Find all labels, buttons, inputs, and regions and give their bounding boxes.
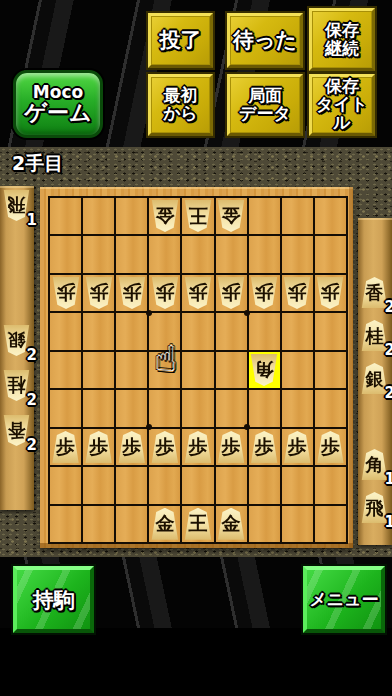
board-square[interactable] bbox=[216, 236, 247, 272]
board-square[interactable] bbox=[50, 390, 81, 426]
shogi-piece-歩[interactable]: 歩 bbox=[151, 277, 179, 309]
board-square[interactable] bbox=[83, 506, 114, 542]
piece-glyph: 王 bbox=[188, 514, 207, 533]
hoshi-dot bbox=[244, 310, 250, 316]
piece-glyph: 桂 bbox=[366, 327, 384, 345]
board-square[interactable]: 歩 bbox=[282, 275, 313, 311]
shogi-piece-歩[interactable]: 歩 bbox=[316, 277, 344, 309]
restart-button[interactable]: 最初 から bbox=[148, 74, 213, 136]
shogi-piece-歩[interactable]: 歩 bbox=[151, 431, 179, 463]
shogi-piece-歩[interactable]: 歩 bbox=[250, 431, 278, 463]
shogi-piece-歩[interactable]: 歩 bbox=[85, 277, 113, 309]
piece-glyph: 歩 bbox=[188, 437, 207, 456]
piece-glyph: 金 bbox=[222, 207, 241, 226]
board-square[interactable] bbox=[50, 506, 81, 542]
piece-glyph: 香 bbox=[8, 422, 26, 440]
board-square[interactable] bbox=[249, 313, 280, 349]
board-square[interactable] bbox=[282, 390, 313, 426]
piece-glyph: 歩 bbox=[321, 284, 340, 303]
logo-line-2: ゲーム bbox=[24, 101, 91, 124]
hand-piece-香[interactable]: 香2 bbox=[3, 415, 30, 446]
board-square[interactable] bbox=[50, 352, 81, 388]
hand-piece-銀[interactable]: 銀2 bbox=[3, 325, 30, 356]
logo-line-1: Moco bbox=[33, 84, 83, 102]
piece-glyph: 銀 bbox=[366, 370, 384, 388]
piece-glyph: 銀 bbox=[8, 332, 26, 350]
board-square[interactable]: 歩 bbox=[216, 429, 247, 465]
board-square[interactable] bbox=[249, 467, 280, 503]
piece-glyph: 香 bbox=[366, 284, 384, 302]
shogi-piece-歩[interactable]: 歩 bbox=[316, 431, 344, 463]
board-square[interactable] bbox=[282, 506, 313, 542]
board-square[interactable] bbox=[83, 352, 114, 388]
board-square[interactable] bbox=[315, 313, 346, 349]
hand-piece-桂[interactable]: 桂2 bbox=[3, 370, 30, 401]
board-square[interactable]: 金 bbox=[149, 198, 180, 234]
board-square[interactable] bbox=[282, 352, 313, 388]
gote-hand-tray: 飛1銀2桂2香2 bbox=[0, 186, 34, 510]
shogi-piece-王[interactable]: 王 bbox=[184, 508, 212, 540]
board-grid: 金王金歩歩歩歩歩歩歩歩歩角歩歩歩歩歩歩歩歩歩金王金 bbox=[48, 196, 348, 544]
shogi-piece-歩[interactable]: 歩 bbox=[52, 431, 80, 463]
board-square[interactable] bbox=[182, 390, 213, 426]
board-square[interactable] bbox=[50, 198, 81, 234]
board-square[interactable] bbox=[216, 467, 247, 503]
shogi-piece-歩[interactable]: 歩 bbox=[283, 277, 311, 309]
board-square[interactable] bbox=[116, 198, 147, 234]
shogi-piece-金[interactable]: 金 bbox=[217, 508, 245, 540]
piece-glyph: 歩 bbox=[122, 284, 141, 303]
board-square[interactable] bbox=[182, 236, 213, 272]
board-square[interactable] bbox=[216, 313, 247, 349]
board-square[interactable] bbox=[216, 390, 247, 426]
piece-glyph: 角 bbox=[366, 456, 384, 474]
pointer-hand-icon: ☝ bbox=[155, 338, 177, 379]
board-square[interactable]: 歩 bbox=[249, 275, 280, 311]
board-square[interactable] bbox=[315, 352, 346, 388]
moco-game-logo-button[interactable]: Moco ゲーム bbox=[13, 70, 103, 138]
shogi-piece-歩[interactable]: 歩 bbox=[85, 431, 113, 463]
shogi-piece-王[interactable]: 王 bbox=[184, 200, 212, 232]
piece-glyph: 歩 bbox=[89, 437, 108, 456]
board-square[interactable]: 歩 bbox=[116, 429, 147, 465]
board-square[interactable]: 王 bbox=[182, 506, 213, 542]
piece-glyph: 歩 bbox=[155, 437, 174, 456]
board-square[interactable] bbox=[282, 236, 313, 272]
piece-glyph: 歩 bbox=[188, 284, 207, 303]
board-square[interactable]: 歩 bbox=[149, 275, 180, 311]
piece-glyph: 角 bbox=[255, 360, 274, 379]
board-square[interactable]: 歩 bbox=[216, 275, 247, 311]
board-square[interactable]: 金 bbox=[216, 506, 247, 542]
pieces-in-hand-label: 持駒 bbox=[33, 586, 75, 614]
board-square[interactable] bbox=[315, 506, 346, 542]
board-square[interactable] bbox=[315, 390, 346, 426]
piece-glyph: 歩 bbox=[255, 284, 274, 303]
piece-glyph: 飛 bbox=[8, 197, 26, 215]
hand-piece-飛[interactable]: 飛1 bbox=[361, 492, 388, 523]
board-square[interactable]: 歩 bbox=[50, 429, 81, 465]
board-square[interactable] bbox=[182, 313, 213, 349]
board-square[interactable]: 角 bbox=[249, 352, 280, 388]
board-square[interactable]: 歩 bbox=[315, 275, 346, 311]
takeback-button[interactable]: 待った bbox=[227, 13, 303, 68]
shogi-piece-歩[interactable]: 歩 bbox=[118, 431, 146, 463]
board-square[interactable] bbox=[116, 313, 147, 349]
hand-piece-香[interactable]: 香2 bbox=[361, 277, 388, 308]
shogi-piece-金[interactable]: 金 bbox=[217, 200, 245, 232]
hand-piece-count: 2 bbox=[385, 384, 392, 402]
board-square[interactable] bbox=[282, 313, 313, 349]
board-square[interactable] bbox=[50, 313, 81, 349]
board-square[interactable] bbox=[249, 390, 280, 426]
board-square[interactable]: 金 bbox=[216, 198, 247, 234]
board-square[interactable] bbox=[116, 352, 147, 388]
piece-glyph: 歩 bbox=[56, 284, 75, 303]
board-square[interactable] bbox=[149, 236, 180, 272]
pieces-in-hand-button[interactable]: 持駒 bbox=[13, 566, 94, 633]
hand-piece-count: 2 bbox=[385, 298, 392, 316]
shogi-piece-歩[interactable]: 歩 bbox=[184, 277, 212, 309]
shogi-piece-歩[interactable]: 歩 bbox=[52, 277, 80, 309]
hand-piece-count: 1 bbox=[27, 211, 37, 229]
shogi-piece-歩[interactable]: 歩 bbox=[118, 277, 146, 309]
board-square[interactable] bbox=[116, 506, 147, 542]
board-square[interactable] bbox=[83, 390, 114, 426]
menu-button[interactable]: メニュー bbox=[303, 566, 385, 633]
hand-piece-角[interactable]: 角1 bbox=[361, 449, 388, 480]
hoshi-dot bbox=[146, 310, 152, 316]
board-square[interactable] bbox=[83, 236, 114, 272]
board-square[interactable]: 歩 bbox=[50, 275, 81, 311]
board-square[interactable]: 王 bbox=[182, 198, 213, 234]
board-square[interactable]: 歩 bbox=[182, 429, 213, 465]
shogi-piece-歩[interactable]: 歩 bbox=[217, 277, 245, 309]
board-square[interactable] bbox=[315, 198, 346, 234]
board-square[interactable] bbox=[216, 352, 247, 388]
board-square[interactable]: 歩 bbox=[249, 429, 280, 465]
piece-glyph: 飛 bbox=[366, 499, 384, 517]
board-square[interactable]: 歩 bbox=[83, 429, 114, 465]
piece-glyph: 桂 bbox=[8, 377, 26, 395]
board-square[interactable]: 歩 bbox=[315, 429, 346, 465]
board-square[interactable] bbox=[182, 352, 213, 388]
board-square[interactable] bbox=[149, 467, 180, 503]
save-continue-button[interactable]: 保存 継続 bbox=[309, 8, 375, 71]
board-square[interactable] bbox=[282, 467, 313, 503]
board-square[interactable]: 歩 bbox=[182, 275, 213, 311]
resign-button[interactable]: 投了 bbox=[148, 13, 213, 68]
position-data-button[interactable]: 局面 データ bbox=[227, 74, 303, 136]
shogi-board: 金王金歩歩歩歩歩歩歩歩歩角歩歩歩歩歩歩歩歩歩金王金 bbox=[40, 187, 353, 548]
hand-piece-銀[interactable]: 銀2 bbox=[361, 363, 388, 394]
piece-glyph: 歩 bbox=[122, 437, 141, 456]
sente-hand-tray: 香2桂2銀2角1飛1 bbox=[358, 218, 392, 545]
bottom-black-bar bbox=[0, 628, 392, 696]
board-square[interactable]: 歩 bbox=[282, 429, 313, 465]
shogi-piece-金[interactable]: 金 bbox=[151, 508, 179, 540]
hand-piece-count: 2 bbox=[27, 346, 37, 364]
board-square[interactable] bbox=[116, 467, 147, 503]
hoshi-dot bbox=[146, 424, 152, 430]
piece-glyph: 金 bbox=[155, 207, 174, 226]
piece-glyph: 金 bbox=[155, 514, 174, 533]
piece-glyph: 歩 bbox=[321, 437, 340, 456]
board-square[interactable]: 歩 bbox=[83, 275, 114, 311]
piece-glyph: 歩 bbox=[222, 284, 241, 303]
shogi-piece-歩[interactable]: 歩 bbox=[184, 431, 212, 463]
board-square[interactable] bbox=[282, 198, 313, 234]
hand-piece-桂[interactable]: 桂2 bbox=[361, 320, 388, 351]
piece-glyph: 歩 bbox=[89, 284, 108, 303]
shogi-piece-角[interactable]: 角 bbox=[250, 354, 278, 386]
board-square[interactable] bbox=[315, 467, 346, 503]
hand-piece-count: 2 bbox=[385, 341, 392, 359]
shogi-piece-歩[interactable]: 歩 bbox=[217, 431, 245, 463]
board-square[interactable] bbox=[249, 198, 280, 234]
board-square[interactable] bbox=[149, 390, 180, 426]
board-square[interactable] bbox=[182, 467, 213, 503]
board-square[interactable]: 歩 bbox=[116, 275, 147, 311]
piece-glyph: 歩 bbox=[56, 437, 75, 456]
board-square[interactable] bbox=[83, 467, 114, 503]
hand-piece-count: 1 bbox=[385, 470, 392, 488]
board-square[interactable] bbox=[50, 236, 81, 272]
move-counter-label: 2手目 bbox=[12, 151, 63, 177]
board-square[interactable]: 金 bbox=[149, 506, 180, 542]
board-square[interactable] bbox=[315, 236, 346, 272]
save-title-button[interactable]: 保存 タイトル bbox=[309, 74, 375, 136]
piece-glyph: 王 bbox=[188, 207, 207, 226]
piece-glyph: 歩 bbox=[288, 284, 307, 303]
hoshi-dot bbox=[244, 424, 250, 430]
hand-piece-count: 1 bbox=[385, 513, 392, 531]
piece-glyph: 金 bbox=[222, 514, 241, 533]
piece-glyph: 歩 bbox=[155, 284, 174, 303]
board-square[interactable]: 歩 bbox=[149, 429, 180, 465]
board-square[interactable] bbox=[83, 198, 114, 234]
piece-glyph: 歩 bbox=[255, 437, 274, 456]
board-square[interactable] bbox=[83, 313, 114, 349]
board-square[interactable] bbox=[116, 390, 147, 426]
board-square[interactable] bbox=[249, 236, 280, 272]
board-square[interactable] bbox=[249, 506, 280, 542]
shogi-piece-金[interactable]: 金 bbox=[151, 200, 179, 232]
piece-glyph: 歩 bbox=[288, 437, 307, 456]
shogi-piece-歩[interactable]: 歩 bbox=[250, 277, 278, 309]
shogi-piece-歩[interactable]: 歩 bbox=[283, 431, 311, 463]
board-square[interactable] bbox=[50, 467, 81, 503]
hand-piece-count: 2 bbox=[27, 391, 37, 409]
menu-label: メニュー bbox=[309, 588, 378, 611]
hand-piece-飛[interactable]: 飛1 bbox=[3, 190, 30, 221]
piece-glyph: 歩 bbox=[222, 437, 241, 456]
hand-piece-count: 2 bbox=[27, 436, 37, 454]
board-square[interactable] bbox=[116, 236, 147, 272]
